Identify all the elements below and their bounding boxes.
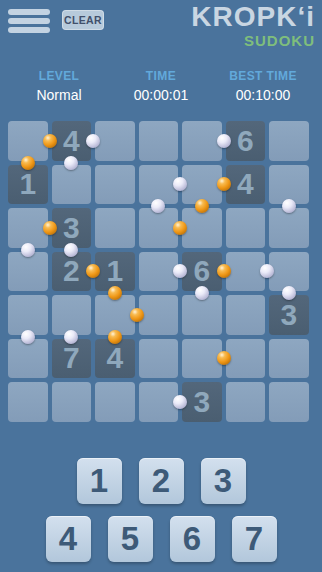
key-4[interactable]: 4 — [46, 516, 91, 562]
given-number: 3 — [63, 213, 80, 243]
orange-kropki-dot — [21, 156, 35, 170]
cell-r5c5[interactable] — [226, 339, 266, 379]
cell-r4c3[interactable] — [139, 295, 179, 335]
level-label: LEVEL — [8, 69, 110, 83]
time-info: TIME 00:00:01 — [110, 69, 212, 103]
orange-kropki-dot — [43, 134, 57, 148]
given-number: 2 — [63, 256, 80, 286]
white-kropki-dot — [282, 286, 296, 300]
cell-r2c5[interactable] — [226, 208, 266, 248]
given-number: 6 — [237, 126, 254, 156]
given-number: 4 — [106, 343, 123, 373]
cell-r0c6[interactable] — [269, 121, 309, 161]
white-kropki-dot — [21, 330, 35, 344]
best-time-label: BEST TIME — [212, 69, 314, 83]
menu-icon[interactable] — [8, 9, 50, 36]
menu-bar — [8, 9, 50, 15]
cell-r2c1-given: 3 — [52, 208, 92, 248]
cell-r2c2[interactable] — [95, 208, 135, 248]
cell-r5c2-given: 4 — [95, 339, 135, 379]
given-number: 6 — [193, 256, 210, 286]
cell-r6c6[interactable] — [269, 382, 309, 422]
cell-r6c1[interactable] — [52, 382, 92, 422]
key-3[interactable]: 3 — [201, 458, 246, 504]
white-kropki-dot — [64, 156, 78, 170]
cell-r5c1-given: 7 — [52, 339, 92, 379]
key-2[interactable]: 2 — [139, 458, 184, 504]
given-number: 3 — [280, 300, 297, 330]
level-value: Normal — [8, 87, 110, 103]
kropki-board: 461432163743 — [8, 121, 313, 426]
cell-r3c0[interactable] — [8, 252, 48, 292]
given-number: 4 — [63, 126, 80, 156]
orange-kropki-dot — [217, 177, 231, 191]
white-kropki-dot — [86, 134, 100, 148]
white-kropki-dot — [282, 199, 296, 213]
cell-r4c5[interactable] — [226, 295, 266, 335]
white-kropki-dot — [173, 395, 187, 409]
given-number: 1 — [106, 256, 123, 286]
keypad-row-2: 4567 — [0, 516, 322, 562]
cell-r4c1[interactable] — [52, 295, 92, 335]
cell-r1c2[interactable] — [95, 165, 135, 205]
title-kropki: KROPK‘i — [191, 3, 315, 31]
info-bar: LEVEL Normal TIME 00:00:01 BEST TIME 00:… — [8, 69, 314, 103]
orange-kropki-dot — [130, 308, 144, 322]
menu-bar — [8, 27, 50, 33]
time-value: 00:00:01 — [110, 87, 212, 103]
given-number: 4 — [237, 169, 254, 199]
cell-r1c1[interactable] — [52, 165, 92, 205]
cell-r1c0-given: 1 — [8, 165, 48, 205]
time-label: TIME — [110, 69, 212, 83]
cell-r0c0[interactable] — [8, 121, 48, 161]
app-title: KROPK‘i SUDOKU — [191, 3, 315, 48]
clear-button[interactable]: CLEAR — [62, 10, 104, 30]
white-kropki-dot — [195, 286, 209, 300]
cell-r6c0[interactable] — [8, 382, 48, 422]
key-7[interactable]: 7 — [232, 516, 277, 562]
white-kropki-dot — [217, 134, 231, 148]
white-kropki-dot — [21, 243, 35, 257]
orange-kropki-dot — [108, 330, 122, 344]
cell-r0c5-given: 6 — [226, 121, 266, 161]
orange-kropki-dot — [195, 199, 209, 213]
given-number: 7 — [63, 343, 80, 373]
cell-r2c0[interactable] — [8, 208, 48, 248]
keypad-row-1: 123 — [0, 458, 322, 504]
cell-r2c6[interactable] — [269, 208, 309, 248]
given-number: 1 — [19, 169, 36, 199]
cell-r1c5-given: 4 — [226, 165, 266, 205]
cell-r4c6-given: 3 — [269, 295, 309, 335]
cell-r6c4-given: 3 — [182, 382, 222, 422]
title-sudoku: SUDOKU — [191, 33, 315, 48]
best-time-value: 00:10:00 — [212, 87, 314, 103]
orange-kropki-dot — [217, 351, 231, 365]
key-5[interactable]: 5 — [108, 516, 153, 562]
orange-kropki-dot — [43, 221, 57, 235]
cell-r4c2[interactable] — [95, 295, 135, 335]
level-info: LEVEL Normal — [8, 69, 110, 103]
cell-r6c2[interactable] — [95, 382, 135, 422]
cell-r5c6[interactable] — [269, 339, 309, 379]
given-number: 3 — [193, 387, 210, 417]
cell-r6c5[interactable] — [226, 382, 266, 422]
cell-r0c4[interactable] — [182, 121, 222, 161]
cell-r4c4[interactable] — [182, 295, 222, 335]
app-window: CLEAR KROPK‘i SUDOKU LEVEL Normal TIME 0… — [0, 0, 322, 572]
white-kropki-dot — [64, 330, 78, 344]
orange-kropki-dot — [173, 221, 187, 235]
key-1[interactable]: 1 — [77, 458, 122, 504]
cell-r4c0[interactable] — [8, 295, 48, 335]
cell-r0c2[interactable] — [95, 121, 135, 161]
key-6[interactable]: 6 — [170, 516, 215, 562]
white-kropki-dot — [64, 243, 78, 257]
cell-r5c0[interactable] — [8, 339, 48, 379]
menu-bar — [8, 18, 50, 24]
cell-r5c4[interactable] — [182, 339, 222, 379]
orange-kropki-dot — [108, 286, 122, 300]
cell-r2c4[interactable] — [182, 208, 222, 248]
best-time-info: BEST TIME 00:10:00 — [212, 69, 314, 103]
cell-r0c3[interactable] — [139, 121, 179, 161]
orange-kropki-dot — [217, 264, 231, 278]
cell-r5c3[interactable] — [139, 339, 179, 379]
